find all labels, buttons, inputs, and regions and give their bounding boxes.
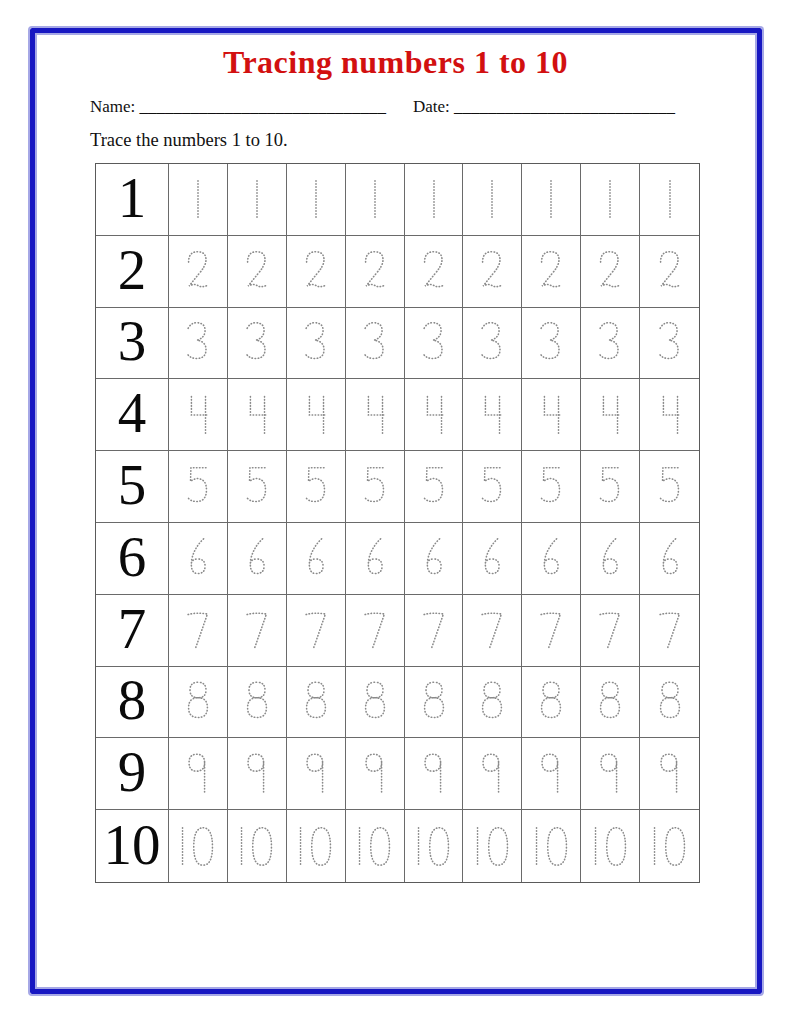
dotted-digit-1-icon xyxy=(240,176,274,223)
dotted-digit-2-icon xyxy=(181,248,215,295)
dotted-digit-7-icon xyxy=(240,607,274,654)
traced-number-cell xyxy=(522,164,581,236)
traced-number-cell xyxy=(228,595,287,667)
dotted-digit-4-icon xyxy=(358,391,392,438)
dotted-digit-2-icon xyxy=(358,248,392,295)
dotted-digit-1-icon xyxy=(358,176,392,223)
traced-number-cell xyxy=(169,308,228,380)
traced-number-cell xyxy=(581,164,640,236)
instruction-text: Trace the numbers 1 to 10. xyxy=(90,130,288,151)
dotted-digit-5-icon xyxy=(181,463,215,510)
traced-number-cell xyxy=(640,738,699,810)
dotted-digit-10-icon xyxy=(176,823,219,870)
traced-number-cell xyxy=(581,667,640,739)
dotted-digit-8-icon xyxy=(653,678,687,725)
traced-number-cell xyxy=(228,810,287,882)
solid-number-cell: 10 xyxy=(96,810,169,882)
dotted-digit-10-icon xyxy=(648,823,691,870)
dotted-digit-7-icon xyxy=(593,607,627,654)
traced-number-cell xyxy=(169,451,228,523)
traced-number-cell xyxy=(640,523,699,595)
traced-number-cell xyxy=(581,451,640,523)
traced-number-cell xyxy=(463,595,522,667)
traced-number-cell xyxy=(169,810,228,882)
dotted-digit-6-icon xyxy=(358,535,392,582)
dotted-digit-7-icon xyxy=(181,607,215,654)
solid-number-cell: 4 xyxy=(96,379,169,451)
dotted-digit-2-icon xyxy=(593,248,627,295)
dotted-digit-5-icon xyxy=(240,463,274,510)
traced-number-cell xyxy=(405,810,464,882)
traced-number-cell xyxy=(169,379,228,451)
solid-number-cell: 2 xyxy=(96,236,169,308)
dotted-digit-6-icon xyxy=(593,535,627,582)
dotted-digit-10-icon xyxy=(589,823,632,870)
dotted-digit-8-icon xyxy=(593,678,627,725)
traced-number-cell xyxy=(287,308,346,380)
dotted-digit-8-icon xyxy=(299,678,333,725)
traced-number-cell xyxy=(581,595,640,667)
name-label: Name: xyxy=(90,97,135,116)
dotted-digit-3-icon xyxy=(299,319,333,366)
traced-number-cell xyxy=(405,379,464,451)
page-title: Tracing numbers 1 to 10 xyxy=(0,44,791,81)
dotted-digit-5-icon xyxy=(653,463,687,510)
traced-number-cell xyxy=(228,738,287,810)
dotted-digit-8-icon xyxy=(475,678,509,725)
dotted-digit-3-icon xyxy=(593,319,627,366)
solid-number-cell: 1 xyxy=(96,164,169,236)
solid-number-cell: 9 xyxy=(96,738,169,810)
traced-number-cell xyxy=(228,667,287,739)
traced-number-cell xyxy=(169,667,228,739)
solid-number-cell: 8 xyxy=(96,667,169,739)
dotted-digit-10-icon xyxy=(412,823,455,870)
traced-number-cell xyxy=(346,164,405,236)
traced-number-cell xyxy=(581,738,640,810)
traced-number-cell xyxy=(463,308,522,380)
traced-number-cell xyxy=(463,667,522,739)
dotted-digit-4-icon xyxy=(534,391,568,438)
dotted-digit-2-icon xyxy=(534,248,568,295)
dotted-digit-9-icon xyxy=(653,750,687,797)
dotted-digit-8-icon xyxy=(240,678,274,725)
traced-number-cell xyxy=(346,738,405,810)
dotted-digit-6-icon xyxy=(240,535,274,582)
dotted-digit-3-icon xyxy=(475,319,509,366)
dotted-digit-4-icon xyxy=(417,391,451,438)
dotted-digit-10-icon xyxy=(294,823,337,870)
traced-number-cell xyxy=(522,810,581,882)
traced-number-cell xyxy=(346,523,405,595)
traced-number-cell xyxy=(522,667,581,739)
dotted-digit-9-icon xyxy=(593,750,627,797)
dotted-digit-2-icon xyxy=(417,248,451,295)
traced-number-cell xyxy=(169,523,228,595)
traced-number-cell xyxy=(287,810,346,882)
dotted-digit-2-icon xyxy=(240,248,274,295)
dotted-digit-1-icon xyxy=(417,176,451,223)
dotted-digit-6-icon xyxy=(181,535,215,582)
traced-number-cell xyxy=(405,523,464,595)
traced-number-cell xyxy=(463,451,522,523)
name-field: Name: _____________________________ xyxy=(90,97,386,117)
dotted-digit-5-icon xyxy=(534,463,568,510)
dotted-digit-1-icon xyxy=(534,176,568,223)
date-field: Date: __________________________ xyxy=(413,97,675,117)
traced-number-cell xyxy=(405,308,464,380)
dotted-digit-1-icon xyxy=(593,176,627,223)
traced-number-cell xyxy=(640,164,699,236)
dotted-digit-7-icon xyxy=(299,607,333,654)
traced-number-cell xyxy=(640,236,699,308)
traced-number-cell xyxy=(640,308,699,380)
traced-number-cell xyxy=(522,308,581,380)
solid-number-cell: 3 xyxy=(96,308,169,380)
dotted-digit-9-icon xyxy=(417,750,451,797)
dotted-digit-9-icon xyxy=(240,750,274,797)
traced-number-cell xyxy=(405,236,464,308)
traced-number-cell xyxy=(169,236,228,308)
dotted-digit-1-icon xyxy=(475,176,509,223)
traced-number-cell xyxy=(463,164,522,236)
traced-number-cell xyxy=(640,451,699,523)
dotted-digit-3-icon xyxy=(181,319,215,366)
traced-number-cell xyxy=(581,523,640,595)
dotted-digit-8-icon xyxy=(181,678,215,725)
traced-number-cell xyxy=(581,308,640,380)
traced-number-cell xyxy=(287,236,346,308)
solid-number-cell: 6 xyxy=(96,523,169,595)
dotted-digit-6-icon xyxy=(653,535,687,582)
traced-number-cell xyxy=(405,595,464,667)
traced-number-cell xyxy=(405,667,464,739)
dotted-digit-6-icon xyxy=(417,535,451,582)
dotted-digit-9-icon xyxy=(475,750,509,797)
dotted-digit-10-icon xyxy=(353,823,396,870)
name-blank-line: _____________________________ xyxy=(140,97,387,116)
dotted-digit-8-icon xyxy=(534,678,568,725)
dotted-digit-7-icon xyxy=(653,607,687,654)
traced-number-cell xyxy=(405,451,464,523)
dotted-digit-6-icon xyxy=(534,535,568,582)
dotted-digit-4-icon xyxy=(475,391,509,438)
dotted-digit-5-icon xyxy=(358,463,392,510)
worksheet-page: Tracing numbers 1 to 10 Name: __________… xyxy=(0,0,791,1024)
dotted-digit-5-icon xyxy=(475,463,509,510)
dotted-digit-7-icon xyxy=(417,607,451,654)
dotted-digit-6-icon xyxy=(299,535,333,582)
dotted-digit-7-icon xyxy=(534,607,568,654)
dotted-digit-3-icon xyxy=(417,319,451,366)
traced-number-cell xyxy=(581,379,640,451)
dotted-digit-4-icon xyxy=(299,391,333,438)
solid-number-cell: 5 xyxy=(96,451,169,523)
dotted-digit-1-icon xyxy=(181,176,215,223)
traced-number-cell xyxy=(346,667,405,739)
traced-number-cell xyxy=(640,379,699,451)
traced-number-cell xyxy=(522,236,581,308)
solid-number-cell: 7 xyxy=(96,595,169,667)
traced-number-cell xyxy=(228,379,287,451)
dotted-digit-1-icon xyxy=(653,176,687,223)
traced-number-cell xyxy=(463,810,522,882)
traced-number-cell xyxy=(169,164,228,236)
traced-number-cell xyxy=(463,236,522,308)
dotted-digit-10-icon xyxy=(235,823,278,870)
tracing-grid: 12345678910 xyxy=(95,163,700,883)
traced-number-cell xyxy=(640,667,699,739)
dotted-digit-8-icon xyxy=(358,678,392,725)
dotted-digit-9-icon xyxy=(358,750,392,797)
traced-number-cell xyxy=(522,738,581,810)
traced-number-cell xyxy=(463,379,522,451)
dotted-digit-2-icon xyxy=(653,248,687,295)
traced-number-cell xyxy=(287,379,346,451)
dotted-digit-7-icon xyxy=(358,607,392,654)
traced-number-cell xyxy=(522,379,581,451)
dotted-digit-9-icon xyxy=(299,750,333,797)
date-label: Date: xyxy=(413,97,450,116)
traced-number-cell xyxy=(522,595,581,667)
traced-number-cell xyxy=(581,810,640,882)
dotted-digit-9-icon xyxy=(181,750,215,797)
traced-number-cell xyxy=(405,164,464,236)
traced-number-cell xyxy=(522,523,581,595)
form-row: Name: _____________________________ Date… xyxy=(90,97,701,121)
traced-number-cell xyxy=(287,451,346,523)
dotted-digit-5-icon xyxy=(593,463,627,510)
traced-number-cell xyxy=(463,738,522,810)
traced-number-cell xyxy=(463,523,522,595)
dotted-digit-10-icon xyxy=(471,823,514,870)
dotted-digit-4-icon xyxy=(653,391,687,438)
traced-number-cell xyxy=(287,523,346,595)
traced-number-cell xyxy=(346,810,405,882)
traced-number-cell xyxy=(346,595,405,667)
dotted-digit-1-icon xyxy=(299,176,333,223)
dotted-digit-2-icon xyxy=(299,248,333,295)
dotted-digit-3-icon xyxy=(358,319,392,366)
traced-number-cell xyxy=(228,164,287,236)
traced-number-cell xyxy=(640,595,699,667)
traced-number-cell xyxy=(287,738,346,810)
traced-number-cell xyxy=(346,379,405,451)
traced-number-cell xyxy=(346,236,405,308)
dotted-digit-4-icon xyxy=(593,391,627,438)
date-blank-line: __________________________ xyxy=(454,97,675,116)
traced-number-cell xyxy=(228,451,287,523)
dotted-digit-5-icon xyxy=(417,463,451,510)
dotted-digit-3-icon xyxy=(240,319,274,366)
dotted-digit-10-icon xyxy=(530,823,573,870)
traced-number-cell xyxy=(169,595,228,667)
dotted-digit-8-icon xyxy=(417,678,451,725)
traced-number-cell xyxy=(581,236,640,308)
dotted-digit-7-icon xyxy=(475,607,509,654)
dotted-digit-4-icon xyxy=(240,391,274,438)
dotted-digit-3-icon xyxy=(653,319,687,366)
traced-number-cell xyxy=(522,451,581,523)
traced-number-cell xyxy=(405,738,464,810)
dotted-digit-5-icon xyxy=(299,463,333,510)
dotted-digit-3-icon xyxy=(534,319,568,366)
traced-number-cell xyxy=(228,236,287,308)
traced-number-cell xyxy=(287,595,346,667)
dotted-digit-2-icon xyxy=(475,248,509,295)
traced-number-cell xyxy=(287,164,346,236)
traced-number-cell xyxy=(169,738,228,810)
traced-number-cell xyxy=(287,667,346,739)
traced-number-cell xyxy=(228,523,287,595)
dotted-digit-6-icon xyxy=(475,535,509,582)
dotted-digit-9-icon xyxy=(534,750,568,797)
traced-number-cell xyxy=(640,810,699,882)
dotted-digit-4-icon xyxy=(181,391,215,438)
traced-number-cell xyxy=(346,308,405,380)
traced-number-cell xyxy=(346,451,405,523)
traced-number-cell xyxy=(228,308,287,380)
